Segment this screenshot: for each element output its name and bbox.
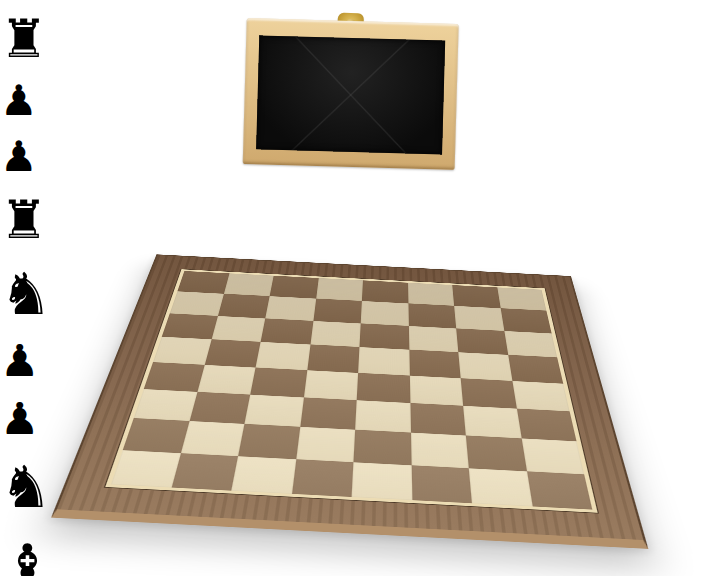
square-h7[interactable] — [469, 468, 532, 506]
black-pawn-b7[interactable]: ♟ — [0, 393, 39, 444]
square-d4[interactable] — [307, 344, 360, 372]
square-b1[interactable] — [170, 291, 224, 315]
white-rook-a1[interactable]: ♜ — [0, 8, 48, 69]
square-f1[interactable] — [134, 389, 197, 421]
black-rook-a8[interactable]: ♜ — [0, 189, 48, 250]
piece-shadow — [0, 181, 33, 189]
square-e4[interactable] — [303, 370, 358, 400]
square-c8[interactable] — [504, 331, 557, 358]
square-g6[interactable] — [410, 433, 468, 468]
square-g3[interactable] — [238, 424, 300, 459]
square-e7[interactable] — [461, 378, 517, 408]
square-f8[interactable] — [516, 408, 576, 441]
square-b2[interactable] — [218, 294, 270, 318]
square-f7[interactable] — [463, 406, 521, 439]
white-bishop-c1[interactable]: ♝ — [0, 531, 55, 576]
square-c6[interactable] — [408, 326, 458, 352]
square-a5[interactable] — [362, 280, 408, 303]
square-b3[interactable] — [265, 296, 315, 321]
square-h2[interactable] — [171, 453, 238, 491]
board-playing-area — [105, 269, 597, 513]
chess-board — [51, 254, 648, 549]
piece-shadow — [0, 125, 26, 132]
square-h6[interactable] — [411, 465, 472, 503]
chess-set-photo: ♜♟♟♜♞♟♟♞♝♟♟♝♛♟♟♛♚♟♟♚♝♟♟♝♞♟♟♞♜♟♟♜ — [0, 0, 720, 576]
square-h1[interactable] — [111, 450, 181, 488]
lid-felt-lining — [256, 35, 445, 154]
square-e5[interactable] — [357, 373, 410, 403]
square-e1[interactable] — [144, 362, 205, 392]
square-e3[interactable] — [250, 367, 307, 397]
box-lid — [243, 18, 459, 170]
square-d5[interactable] — [358, 347, 409, 375]
square-a6[interactable] — [408, 283, 455, 306]
square-f2[interactable] — [189, 392, 250, 424]
black-knight-b8[interactable]: ♞ — [0, 453, 52, 521]
white-pawn-b2[interactable]: ♟ — [0, 335, 39, 386]
square-h8[interactable] — [526, 471, 592, 510]
square-b8[interactable] — [500, 308, 551, 333]
square-c2[interactable] — [211, 316, 265, 342]
square-e2[interactable] — [197, 365, 256, 395]
square-g8[interactable] — [521, 439, 584, 475]
square-e8[interactable] — [512, 381, 570, 412]
board-grid — [111, 271, 592, 510]
square-h5[interactable] — [352, 462, 412, 500]
piece-shadow — [0, 386, 27, 393]
square-g4[interactable] — [296, 427, 355, 462]
square-f5[interactable] — [355, 400, 410, 433]
piece-shadow — [0, 521, 38, 531]
square-f4[interactable] — [300, 397, 357, 429]
piece-shadow — [0, 444, 36, 453]
white-pawn-a2[interactable]: ♟ — [0, 76, 38, 125]
square-d6[interactable] — [409, 350, 461, 378]
black-pawn-a7[interactable]: ♟ — [0, 132, 38, 181]
square-b6[interactable] — [408, 304, 456, 329]
square-d7[interactable] — [458, 352, 512, 380]
square-g1[interactable] — [123, 418, 189, 453]
square-c5[interactable] — [359, 323, 408, 349]
square-b5[interactable] — [361, 301, 409, 326]
square-a3[interactable] — [270, 276, 319, 299]
square-b7[interactable] — [454, 306, 504, 331]
piece-shadow — [0, 328, 27, 335]
square-c4[interactable] — [310, 321, 361, 347]
square-f6[interactable] — [410, 403, 466, 436]
square-c3[interactable] — [261, 318, 313, 344]
square-b4[interactable] — [313, 299, 362, 324]
square-h4[interactable] — [291, 459, 353, 497]
square-g2[interactable] — [180, 421, 244, 456]
square-a7[interactable] — [452, 285, 500, 308]
square-a2[interactable] — [223, 273, 273, 296]
piece-shadow — [0, 69, 26, 76]
square-d8[interactable] — [508, 355, 563, 384]
square-c1[interactable] — [162, 313, 218, 339]
square-a8[interactable] — [497, 287, 547, 310]
white-knight-b1[interactable]: ♞ — [0, 260, 52, 328]
square-a4[interactable] — [316, 278, 363, 301]
square-g7[interactable] — [466, 436, 527, 471]
storage-box — [239, 10, 473, 242]
square-h3[interactable] — [231, 456, 296, 494]
square-c7[interactable] — [456, 328, 508, 355]
piece-shadow — [0, 250, 36, 259]
square-g5[interactable] — [353, 430, 411, 465]
square-e6[interactable] — [409, 375, 463, 405]
square-d3[interactable] — [256, 342, 310, 370]
piece-shadow — [0, 0, 33, 8]
square-a1[interactable] — [177, 271, 229, 294]
square-d2[interactable] — [204, 339, 260, 367]
square-f3[interactable] — [244, 395, 303, 427]
square-d1[interactable] — [153, 337, 211, 365]
